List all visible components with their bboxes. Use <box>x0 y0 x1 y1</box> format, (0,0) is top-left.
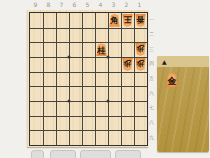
grid-line <box>95 13 96 145</box>
file-label: 6 <box>68 1 81 9</box>
sente-marker-icon: ▲ <box>162 58 167 65</box>
hoshi-dot <box>107 56 110 59</box>
board-grid: 角王香桂歩歩歩 <box>29 12 148 146</box>
rank-label: 二 <box>148 27 156 42</box>
piece-kanji: 金 <box>168 76 177 86</box>
grid-line <box>30 42 147 43</box>
rank-label: 三 <box>148 41 156 56</box>
toolbar-button[interactable] <box>31 150 44 158</box>
piece-kanji: 角 <box>111 16 119 26</box>
grid-line <box>134 13 135 145</box>
grid-line <box>30 116 147 117</box>
file-label: 4 <box>94 1 107 9</box>
hand-piece-gold[interactable]: 金 <box>166 73 178 87</box>
grid-line <box>30 101 147 102</box>
rank-label: 七 <box>148 100 156 115</box>
file-label: 3 <box>107 1 120 9</box>
grid-line <box>56 13 57 145</box>
piece-kanji: 桂 <box>98 46 106 56</box>
shogi-piece-pawn[interactable]: 歩 <box>135 58 146 71</box>
hoshi-dot <box>107 100 110 103</box>
hoshi-dot <box>68 100 71 103</box>
rank-label: 八 <box>148 115 156 130</box>
piece-kanji: 歩 <box>137 58 145 68</box>
file-label: 8 <box>42 1 55 9</box>
file-label: 9 <box>29 1 42 9</box>
file-label: 7 <box>55 1 68 9</box>
toolbar-button[interactable] <box>50 150 76 158</box>
rank-label: 一 <box>148 12 156 27</box>
komadai-sente: ▲ 金 <box>157 56 209 152</box>
grid-line <box>30 86 147 87</box>
rank-label: 六 <box>148 85 156 100</box>
piece-kanji: 歩 <box>124 58 132 68</box>
rank-label: 九 <box>148 129 156 144</box>
grid-line <box>82 13 83 145</box>
grid-line <box>121 13 122 145</box>
shogi-piece-bishop[interactable]: 角 <box>109 14 120 27</box>
piece-kanji: 歩 <box>137 44 145 54</box>
piece-kanji: 香 <box>137 14 145 24</box>
toolbar-button[interactable] <box>80 150 111 158</box>
file-label: 1 <box>133 1 146 9</box>
file-label: 2 <box>120 1 133 9</box>
piece-kanji: 王 <box>124 14 132 24</box>
file-label: 5 <box>81 1 94 9</box>
grid-line <box>30 57 147 58</box>
grid-line <box>69 13 70 145</box>
grid-line <box>43 13 44 145</box>
toolbar-button[interactable] <box>115 150 141 158</box>
rank-label: 四 <box>148 56 156 71</box>
grid-line <box>30 28 147 29</box>
tsume-shogi-app: 987654321 一二三四五六七八九 角王香桂歩歩歩 ▲ 金 <box>0 0 210 158</box>
shogi-piece-lance[interactable]: 香 <box>135 14 146 27</box>
grid-line <box>108 13 109 145</box>
shogi-board[interactable]: 角王香桂歩歩歩 <box>27 10 148 147</box>
shogi-piece-king[interactable]: 王 <box>122 14 133 27</box>
komadai-header: ▲ <box>157 56 209 67</box>
shogi-piece-pawn[interactable]: 歩 <box>122 58 133 71</box>
rank-label: 五 <box>148 71 156 86</box>
grid-line <box>30 72 147 73</box>
shogi-piece-pawn[interactable]: 歩 <box>135 43 146 56</box>
shogi-piece-knight[interactable]: 桂 <box>96 43 107 56</box>
hoshi-dot <box>68 56 71 59</box>
grid-line <box>30 130 147 131</box>
